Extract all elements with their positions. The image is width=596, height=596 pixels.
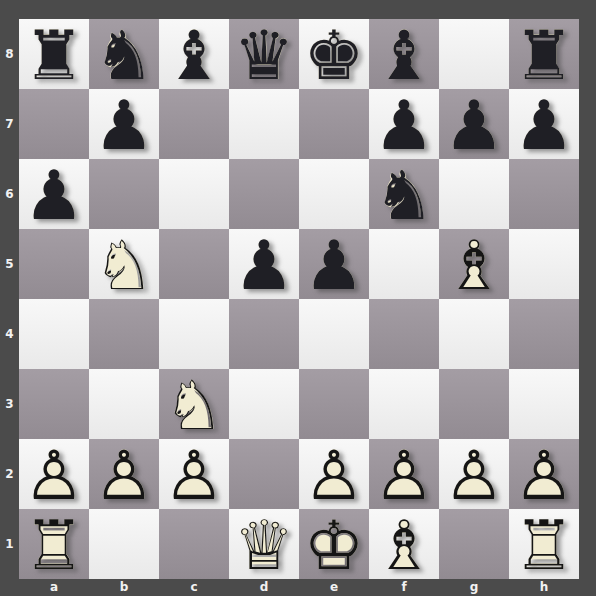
file-label-f: f — [369, 579, 439, 596]
square-a4[interactable] — [19, 299, 89, 369]
square-a6[interactable]: ♙♟ — [19, 159, 89, 229]
piece-glyph: ♔ — [299, 509, 369, 579]
piece-glyph: ♟ — [439, 89, 509, 159]
piece-glyph: ♙ — [159, 439, 229, 509]
black-rook[interactable]: ♖♜ — [509, 19, 579, 89]
square-c3[interactable]: ♞♘ — [159, 369, 229, 439]
square-c8[interactable]: ♗♝ — [159, 19, 229, 89]
square-d8[interactable]: ♕♛ — [229, 19, 299, 89]
piece-glyph: ♘ — [89, 229, 159, 299]
square-e5[interactable]: ♙♟ — [299, 229, 369, 299]
piece-glyph: ♟ — [229, 229, 299, 299]
square-d3[interactable] — [229, 369, 299, 439]
chess-board: ♖♜♘♞♗♝♕♛♔♚♗♝♖♜♙♟♙♟♙♟♙♟♙♟♘♞♞♘♙♟♙♟♝♗♞♘♟♙♟♙… — [19, 19, 579, 579]
rank-label-6: 6 — [0, 159, 19, 229]
white-rook[interactable]: ♜♖ — [509, 509, 579, 579]
square-g1[interactable] — [439, 509, 509, 579]
square-h3[interactable] — [509, 369, 579, 439]
white-knight[interactable]: ♞♘ — [89, 229, 159, 299]
square-h8[interactable]: ♖♜ — [509, 19, 579, 89]
white-pawn[interactable]: ♟♙ — [369, 439, 439, 509]
square-a7[interactable] — [19, 89, 89, 159]
black-knight[interactable]: ♘♞ — [369, 159, 439, 229]
black-pawn[interactable]: ♙♟ — [19, 159, 89, 229]
rank-label-3: 3 — [0, 369, 19, 439]
white-knight[interactable]: ♞♘ — [159, 369, 229, 439]
square-e1[interactable]: ♚♔ — [299, 509, 369, 579]
file-label-b: b — [89, 579, 159, 596]
square-c1[interactable] — [159, 509, 229, 579]
white-king[interactable]: ♚♔ — [299, 509, 369, 579]
piece-glyph: ♙ — [439, 439, 509, 509]
square-g2[interactable]: ♟♙ — [439, 439, 509, 509]
piece-glyph: ♞ — [369, 159, 439, 229]
square-e8[interactable]: ♔♚ — [299, 19, 369, 89]
square-b8[interactable]: ♘♞ — [89, 19, 159, 89]
square-b6[interactable] — [89, 159, 159, 229]
square-c2[interactable]: ♟♙ — [159, 439, 229, 509]
square-c7[interactable] — [159, 89, 229, 159]
square-e6[interactable] — [299, 159, 369, 229]
black-knight[interactable]: ♘♞ — [89, 19, 159, 89]
black-queen[interactable]: ♕♛ — [229, 19, 299, 89]
piece-glyph: ♘ — [159, 369, 229, 439]
square-f4[interactable] — [369, 299, 439, 369]
file-label-a: a — [19, 579, 89, 596]
square-g5[interactable]: ♝♗ — [439, 229, 509, 299]
square-f8[interactable]: ♗♝ — [369, 19, 439, 89]
square-a3[interactable] — [19, 369, 89, 439]
file-labels: abcdefgh — [19, 579, 579, 596]
square-a5[interactable] — [19, 229, 89, 299]
square-d6[interactable] — [229, 159, 299, 229]
file-label-e: e — [299, 579, 369, 596]
square-d2[interactable] — [229, 439, 299, 509]
black-rook[interactable]: ♖♜ — [19, 19, 89, 89]
black-pawn[interactable]: ♙♟ — [509, 89, 579, 159]
square-g6[interactable] — [439, 159, 509, 229]
black-bishop[interactable]: ♗♝ — [159, 19, 229, 89]
piece-glyph: ♜ — [19, 19, 89, 89]
piece-glyph: ♟ — [89, 89, 159, 159]
piece-glyph: ♟ — [299, 229, 369, 299]
file-label-d: d — [229, 579, 299, 596]
square-e3[interactable] — [299, 369, 369, 439]
piece-glyph: ♟ — [19, 159, 89, 229]
square-h7[interactable]: ♙♟ — [509, 89, 579, 159]
square-e2[interactable]: ♟♙ — [299, 439, 369, 509]
square-f6[interactable]: ♘♞ — [369, 159, 439, 229]
black-pawn[interactable]: ♙♟ — [229, 229, 299, 299]
square-c5[interactable] — [159, 229, 229, 299]
piece-glyph: ♛ — [229, 19, 299, 89]
white-pawn[interactable]: ♟♙ — [299, 439, 369, 509]
chess-board-frame: ♖♜♘♞♗♝♕♛♔♚♗♝♖♜♙♟♙♟♙♟♙♟♙♟♘♞♞♘♙♟♙♟♝♗♞♘♟♙♟♙… — [0, 0, 596, 596]
rank-label-5: 5 — [0, 229, 19, 299]
black-bishop[interactable]: ♗♝ — [369, 19, 439, 89]
piece-glyph: ♙ — [509, 439, 579, 509]
white-queen[interactable]: ♛♕ — [229, 509, 299, 579]
black-pawn[interactable]: ♙♟ — [369, 89, 439, 159]
square-h1[interactable]: ♜♖ — [509, 509, 579, 579]
square-b5[interactable]: ♞♘ — [89, 229, 159, 299]
square-b3[interactable] — [89, 369, 159, 439]
piece-glyph: ♟ — [509, 89, 579, 159]
piece-glyph: ♗ — [439, 229, 509, 299]
rank-labels: 87654321 — [0, 19, 19, 579]
piece-glyph: ♖ — [19, 509, 89, 579]
file-label-g: g — [439, 579, 509, 596]
square-d5[interactable]: ♙♟ — [229, 229, 299, 299]
black-pawn[interactable]: ♙♟ — [439, 89, 509, 159]
square-f1[interactable]: ♝♗ — [369, 509, 439, 579]
white-rook[interactable]: ♜♖ — [19, 509, 89, 579]
white-pawn[interactable]: ♟♙ — [19, 439, 89, 509]
white-pawn[interactable]: ♟♙ — [439, 439, 509, 509]
piece-glyph: ♗ — [369, 509, 439, 579]
rank-label-8: 8 — [0, 19, 19, 89]
square-h4[interactable] — [509, 299, 579, 369]
white-pawn[interactable]: ♟♙ — [159, 439, 229, 509]
piece-glyph: ♕ — [229, 509, 299, 579]
white-pawn[interactable]: ♟♙ — [509, 439, 579, 509]
square-c4[interactable] — [159, 299, 229, 369]
file-label-c: c — [159, 579, 229, 596]
square-a2[interactable]: ♟♙ — [19, 439, 89, 509]
square-f7[interactable]: ♙♟ — [369, 89, 439, 159]
rank-label-1: 1 — [0, 509, 19, 579]
white-pawn[interactable]: ♟♙ — [89, 439, 159, 509]
piece-glyph: ♝ — [369, 19, 439, 89]
piece-glyph: ♖ — [509, 509, 579, 579]
black-king[interactable]: ♔♚ — [299, 19, 369, 89]
white-bishop[interactable]: ♝♗ — [369, 509, 439, 579]
square-h6[interactable] — [509, 159, 579, 229]
rank-label-2: 2 — [0, 439, 19, 509]
rank-label-7: 7 — [0, 89, 19, 159]
square-d7[interactable] — [229, 89, 299, 159]
piece-glyph: ♟ — [369, 89, 439, 159]
square-c6[interactable] — [159, 159, 229, 229]
square-h2[interactable]: ♟♙ — [509, 439, 579, 509]
square-b7[interactable]: ♙♟ — [89, 89, 159, 159]
square-e7[interactable] — [299, 89, 369, 159]
square-h5[interactable] — [509, 229, 579, 299]
black-pawn[interactable]: ♙♟ — [299, 229, 369, 299]
square-a8[interactable]: ♖♜ — [19, 19, 89, 89]
square-g7[interactable]: ♙♟ — [439, 89, 509, 159]
square-e4[interactable] — [299, 299, 369, 369]
square-g4[interactable] — [439, 299, 509, 369]
square-d4[interactable] — [229, 299, 299, 369]
square-g3[interactable] — [439, 369, 509, 439]
black-pawn[interactable]: ♙♟ — [89, 89, 159, 159]
square-d1[interactable]: ♛♕ — [229, 509, 299, 579]
piece-glyph: ♞ — [89, 19, 159, 89]
piece-glyph: ♙ — [89, 439, 159, 509]
file-label-h: h — [509, 579, 579, 596]
square-f5[interactable] — [369, 229, 439, 299]
square-f3[interactable] — [369, 369, 439, 439]
piece-glyph: ♙ — [19, 439, 89, 509]
white-bishop[interactable]: ♝♗ — [439, 229, 509, 299]
square-b2[interactable]: ♟♙ — [89, 439, 159, 509]
square-b1[interactable] — [89, 509, 159, 579]
square-f2[interactable]: ♟♙ — [369, 439, 439, 509]
piece-glyph: ♜ — [509, 19, 579, 89]
piece-glyph: ♚ — [299, 19, 369, 89]
piece-glyph: ♝ — [159, 19, 229, 89]
piece-glyph: ♙ — [369, 439, 439, 509]
square-g8[interactable] — [439, 19, 509, 89]
square-b4[interactable] — [89, 299, 159, 369]
square-a1[interactable]: ♜♖ — [19, 509, 89, 579]
piece-glyph: ♙ — [299, 439, 369, 509]
rank-label-4: 4 — [0, 299, 19, 369]
